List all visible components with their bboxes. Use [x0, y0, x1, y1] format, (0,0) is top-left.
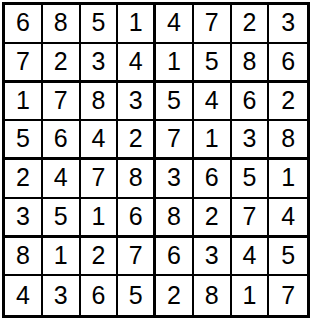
cell-digit: 3 — [205, 243, 219, 269]
cell-digit: 1 — [167, 49, 181, 75]
sudoku-cell-r6c6[interactable]: 2 — [194, 199, 232, 238]
sudoku-cell-r6c2[interactable]: 5 — [43, 199, 81, 238]
sudoku-cell-r3c1[interactable]: 1 — [5, 83, 43, 122]
sudoku-cell-r4c5[interactable]: 7 — [156, 121, 194, 160]
cell-digit: 6 — [91, 283, 105, 309]
sudoku-cell-r3c5[interactable]: 5 — [156, 83, 194, 122]
cell-digit: 3 — [54, 283, 68, 309]
cell-digit: 6 — [16, 10, 30, 36]
sudoku-cell-r1c1[interactable]: 6 — [5, 5, 43, 44]
cell-digit: 2 — [91, 243, 105, 269]
sudoku-cell-r2c8[interactable]: 6 — [269, 44, 307, 83]
cell-digit: 1 — [129, 10, 143, 36]
sudoku-cell-r4c3[interactable]: 4 — [81, 121, 119, 160]
sudoku-cell-r1c5[interactable]: 4 — [156, 5, 194, 44]
cell-digit: 2 — [242, 10, 256, 36]
cell-digit: 3 — [16, 204, 30, 230]
sudoku-cell-r1c3[interactable]: 5 — [81, 5, 119, 44]
cell-digit: 5 — [205, 49, 219, 75]
cell-digit: 3 — [281, 10, 295, 36]
sudoku-cell-r6c1[interactable]: 3 — [5, 199, 43, 238]
sudoku-cell-r4c8[interactable]: 8 — [269, 121, 307, 160]
cell-digit: 6 — [281, 49, 295, 75]
sudoku-cell-r4c2[interactable]: 6 — [43, 121, 81, 160]
sudoku-cell-r2c7[interactable]: 8 — [232, 44, 270, 83]
sudoku-cell-r2c3[interactable]: 3 — [81, 44, 119, 83]
cell-digit: 7 — [281, 283, 295, 309]
sudoku-cell-r7c3[interactable]: 2 — [81, 238, 119, 277]
sudoku-cell-r2c6[interactable]: 5 — [194, 44, 232, 83]
cell-digit: 7 — [205, 10, 219, 36]
cell-digit: 8 — [167, 204, 181, 230]
sudoku-cell-r8c6[interactable]: 8 — [194, 276, 232, 315]
sudoku-cell-r7c7[interactable]: 4 — [232, 238, 270, 277]
cell-digit: 7 — [129, 243, 143, 269]
sudoku-cell-r3c2[interactable]: 7 — [43, 83, 81, 122]
sudoku-cell-r7c6[interactable]: 3 — [194, 238, 232, 277]
cell-digit: 5 — [281, 243, 295, 269]
cell-digit: 4 — [16, 283, 30, 309]
cell-digit: 7 — [91, 165, 105, 191]
cell-digit: 3 — [91, 49, 105, 75]
cell-digit: 7 — [242, 204, 256, 230]
cell-digit: 1 — [91, 204, 105, 230]
sudoku-board: 6851472372341586178354625642713824783651… — [2, 2, 310, 318]
cell-digit: 8 — [242, 49, 256, 75]
sudoku-cell-r3c4[interactable]: 3 — [118, 83, 156, 122]
sudoku-cell-r8c4[interactable]: 5 — [118, 276, 156, 315]
sudoku-cell-r1c8[interactable]: 3 — [269, 5, 307, 44]
cell-digit: 1 — [242, 283, 256, 309]
cell-digit: 6 — [129, 204, 143, 230]
sudoku-cell-r8c3[interactable]: 6 — [81, 276, 119, 315]
cell-digit: 4 — [205, 88, 219, 114]
sudoku-cell-r4c4[interactable]: 2 — [118, 121, 156, 160]
sudoku-cell-r2c1[interactable]: 7 — [5, 44, 43, 83]
sudoku-cell-r8c1[interactable]: 4 — [5, 276, 43, 315]
cell-digit: 1 — [16, 88, 30, 114]
cell-digit: 2 — [16, 165, 30, 191]
sudoku-cell-r7c8[interactable]: 5 — [269, 238, 307, 277]
sudoku-cell-r6c3[interactable]: 1 — [81, 199, 119, 238]
cell-digit: 5 — [167, 88, 181, 114]
sudoku-cell-r3c7[interactable]: 6 — [232, 83, 270, 122]
cell-digit: 4 — [167, 10, 181, 36]
cell-digit: 8 — [129, 165, 143, 191]
cell-digit: 7 — [54, 88, 68, 114]
sudoku-cell-r6c5[interactable]: 8 — [156, 199, 194, 238]
cell-digit: 4 — [129, 49, 143, 75]
sudoku-cell-r8c8[interactable]: 7 — [269, 276, 307, 315]
cell-digit: 2 — [54, 49, 68, 75]
sudoku-cell-r1c7[interactable]: 2 — [232, 5, 270, 44]
sudoku-cell-r8c2[interactable]: 3 — [43, 276, 81, 315]
cell-digit: 7 — [167, 126, 181, 152]
cell-digit: 8 — [281, 126, 295, 152]
cell-digit: 6 — [167, 243, 181, 269]
sudoku-cell-r4c7[interactable]: 3 — [232, 121, 270, 160]
sudoku-cell-r5c6[interactable]: 6 — [194, 160, 232, 199]
sudoku-cell-r5c2[interactable]: 4 — [43, 160, 81, 199]
sudoku-cell-r6c4[interactable]: 6 — [118, 199, 156, 238]
sudoku-cell-r8c5[interactable]: 2 — [156, 276, 194, 315]
sudoku-cell-r5c4[interactable]: 8 — [118, 160, 156, 199]
sudoku-cell-r6c8[interactable]: 4 — [269, 199, 307, 238]
sudoku-cell-r7c5[interactable]: 6 — [156, 238, 194, 277]
cell-digit: 1 — [281, 165, 295, 191]
cell-digit: 2 — [129, 126, 143, 152]
cell-digit: 5 — [91, 10, 105, 36]
sudoku-cell-r6c7[interactable]: 7 — [232, 199, 270, 238]
cell-digit: 1 — [205, 126, 219, 152]
sudoku-cell-r5c1[interactable]: 2 — [5, 160, 43, 199]
cell-digit: 6 — [205, 165, 219, 191]
sudoku-cell-r7c4[interactable]: 7 — [118, 238, 156, 277]
sudoku-cell-r8c7[interactable]: 1 — [232, 276, 270, 315]
cell-digit: 4 — [242, 243, 256, 269]
cell-digit: 8 — [205, 283, 219, 309]
cell-digit: 8 — [91, 88, 105, 114]
cell-digit: 8 — [54, 10, 68, 36]
cell-digit: 4 — [91, 126, 105, 152]
cell-digit: 5 — [16, 126, 30, 152]
cell-digit: 7 — [16, 49, 30, 75]
cell-digit: 3 — [242, 126, 256, 152]
cell-digit: 4 — [54, 165, 68, 191]
sudoku-cell-r1c4[interactable]: 1 — [118, 5, 156, 44]
sudoku-cell-r4c1[interactable]: 5 — [5, 121, 43, 160]
cell-digit: 2 — [167, 283, 181, 309]
cell-digit: 3 — [129, 88, 143, 114]
cell-digit: 2 — [205, 204, 219, 230]
sudoku-cell-r1c6[interactable]: 7 — [194, 5, 232, 44]
sudoku-cell-r2c2[interactable]: 2 — [43, 44, 81, 83]
cell-digit: 1 — [54, 243, 68, 269]
sudoku-cell-r5c7[interactable]: 5 — [232, 160, 270, 199]
cell-digit: 5 — [129, 283, 143, 309]
cell-digit: 3 — [167, 165, 181, 191]
sudoku-cell-r3c8[interactable]: 2 — [269, 83, 307, 122]
sudoku-cell-r4c6[interactable]: 1 — [194, 121, 232, 160]
sudoku-cell-r5c8[interactable]: 1 — [269, 160, 307, 199]
sudoku-cell-r1c2[interactable]: 8 — [43, 5, 81, 44]
cell-digit: 4 — [281, 204, 295, 230]
sudoku-cell-r5c3[interactable]: 7 — [81, 160, 119, 199]
cell-digit: 5 — [242, 165, 256, 191]
sudoku-cell-r3c3[interactable]: 8 — [81, 83, 119, 122]
cell-digit: 6 — [242, 88, 256, 114]
sudoku-cell-r2c4[interactable]: 4 — [118, 44, 156, 83]
sudoku-cell-r3c6[interactable]: 4 — [194, 83, 232, 122]
cell-digit: 8 — [16, 243, 30, 269]
sudoku-cell-r7c1[interactable]: 8 — [5, 238, 43, 277]
sudoku-cell-r5c5[interactable]: 3 — [156, 160, 194, 199]
cell-digit: 2 — [281, 88, 295, 114]
cell-digit: 5 — [54, 204, 68, 230]
cell-digit: 6 — [54, 126, 68, 152]
sudoku-cell-r7c2[interactable]: 1 — [43, 238, 81, 277]
sudoku-cell-r2c5[interactable]: 1 — [156, 44, 194, 83]
